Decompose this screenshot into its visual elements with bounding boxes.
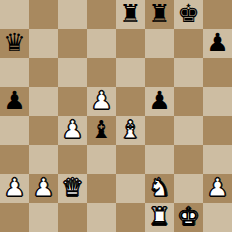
- square-g8[interactable]: ♚: [174, 0, 203, 29]
- square-g2[interactable]: [174, 174, 203, 203]
- square-e3[interactable]: [116, 145, 145, 174]
- square-e2[interactable]: [116, 174, 145, 203]
- square-d4[interactable]: ♝: [87, 116, 116, 145]
- square-c5[interactable]: [58, 87, 87, 116]
- square-g5[interactable]: [174, 87, 203, 116]
- square-c2[interactable]: ♛: [58, 174, 87, 203]
- square-d3[interactable]: [87, 145, 116, 174]
- black-pawn[interactable]: ♟: [206, 29, 228, 57]
- black-queen[interactable]: ♛: [3, 29, 25, 57]
- square-b5[interactable]: [29, 87, 58, 116]
- white-bishop[interactable]: ♝: [119, 116, 141, 144]
- white-queen[interactable]: ♛: [61, 174, 83, 202]
- square-c6[interactable]: [58, 58, 87, 87]
- square-g4[interactable]: [174, 116, 203, 145]
- white-knight[interactable]: ♞: [148, 174, 170, 202]
- square-c8[interactable]: [58, 0, 87, 29]
- square-f6[interactable]: [145, 58, 174, 87]
- square-a5[interactable]: ♟: [0, 87, 29, 116]
- square-c4[interactable]: ♟: [58, 116, 87, 145]
- square-b6[interactable]: [29, 58, 58, 87]
- square-h2[interactable]: ♟: [203, 174, 232, 203]
- square-b7[interactable]: [29, 29, 58, 58]
- square-f5[interactable]: ♟: [145, 87, 174, 116]
- black-pawn[interactable]: ♟: [148, 87, 170, 115]
- square-e6[interactable]: [116, 58, 145, 87]
- white-pawn[interactable]: ♟: [90, 87, 112, 115]
- square-f4[interactable]: [145, 116, 174, 145]
- square-d5[interactable]: ♟: [87, 87, 116, 116]
- square-a1[interactable]: [0, 203, 29, 232]
- white-pawn[interactable]: ♟: [61, 116, 83, 144]
- square-f1[interactable]: ♜: [145, 203, 174, 232]
- square-f2[interactable]: ♞: [145, 174, 174, 203]
- square-h3[interactable]: [203, 145, 232, 174]
- black-pawn[interactable]: ♟: [3, 87, 25, 115]
- square-d8[interactable]: [87, 0, 116, 29]
- square-a2[interactable]: ♟: [0, 174, 29, 203]
- black-rook[interactable]: ♜: [119, 0, 141, 28]
- square-a8[interactable]: [0, 0, 29, 29]
- square-b2[interactable]: ♟: [29, 174, 58, 203]
- square-a3[interactable]: [0, 145, 29, 174]
- square-h5[interactable]: [203, 87, 232, 116]
- square-d7[interactable]: [87, 29, 116, 58]
- square-b4[interactable]: [29, 116, 58, 145]
- square-e4[interactable]: ♝: [116, 116, 145, 145]
- white-pawn[interactable]: ♟: [32, 174, 54, 202]
- square-a7[interactable]: ♛: [0, 29, 29, 58]
- square-a4[interactable]: [0, 116, 29, 145]
- square-f7[interactable]: [145, 29, 174, 58]
- white-pawn[interactable]: ♟: [206, 174, 228, 202]
- square-b8[interactable]: [29, 0, 58, 29]
- square-d6[interactable]: [87, 58, 116, 87]
- square-e8[interactable]: ♜: [116, 0, 145, 29]
- square-g6[interactable]: [174, 58, 203, 87]
- square-e7[interactable]: [116, 29, 145, 58]
- square-b3[interactable]: [29, 145, 58, 174]
- square-d1[interactable]: [87, 203, 116, 232]
- black-king[interactable]: ♚: [177, 0, 199, 28]
- black-rook[interactable]: ♜: [148, 0, 170, 28]
- square-g7[interactable]: [174, 29, 203, 58]
- square-g1[interactable]: ♚: [174, 203, 203, 232]
- square-h4[interactable]: [203, 116, 232, 145]
- white-pawn[interactable]: ♟: [3, 174, 25, 202]
- square-a6[interactable]: [0, 58, 29, 87]
- square-b1[interactable]: [29, 203, 58, 232]
- square-f8[interactable]: ♜: [145, 0, 174, 29]
- black-bishop[interactable]: ♝: [90, 116, 112, 144]
- square-c7[interactable]: [58, 29, 87, 58]
- square-e5[interactable]: [116, 87, 145, 116]
- square-h6[interactable]: [203, 58, 232, 87]
- square-h8[interactable]: [203, 0, 232, 29]
- chess-board: ♜♜♚♛♟♟♟♟♟♝♝♟♟♛♞♟♜♚: [0, 0, 232, 232]
- square-e1[interactable]: [116, 203, 145, 232]
- square-g3[interactable]: [174, 145, 203, 174]
- square-d2[interactable]: [87, 174, 116, 203]
- white-rook[interactable]: ♜: [148, 203, 170, 231]
- square-h7[interactable]: ♟: [203, 29, 232, 58]
- square-h1[interactable]: [203, 203, 232, 232]
- square-c3[interactable]: [58, 145, 87, 174]
- square-c1[interactable]: [58, 203, 87, 232]
- square-f3[interactable]: [145, 145, 174, 174]
- white-king[interactable]: ♚: [177, 203, 199, 231]
